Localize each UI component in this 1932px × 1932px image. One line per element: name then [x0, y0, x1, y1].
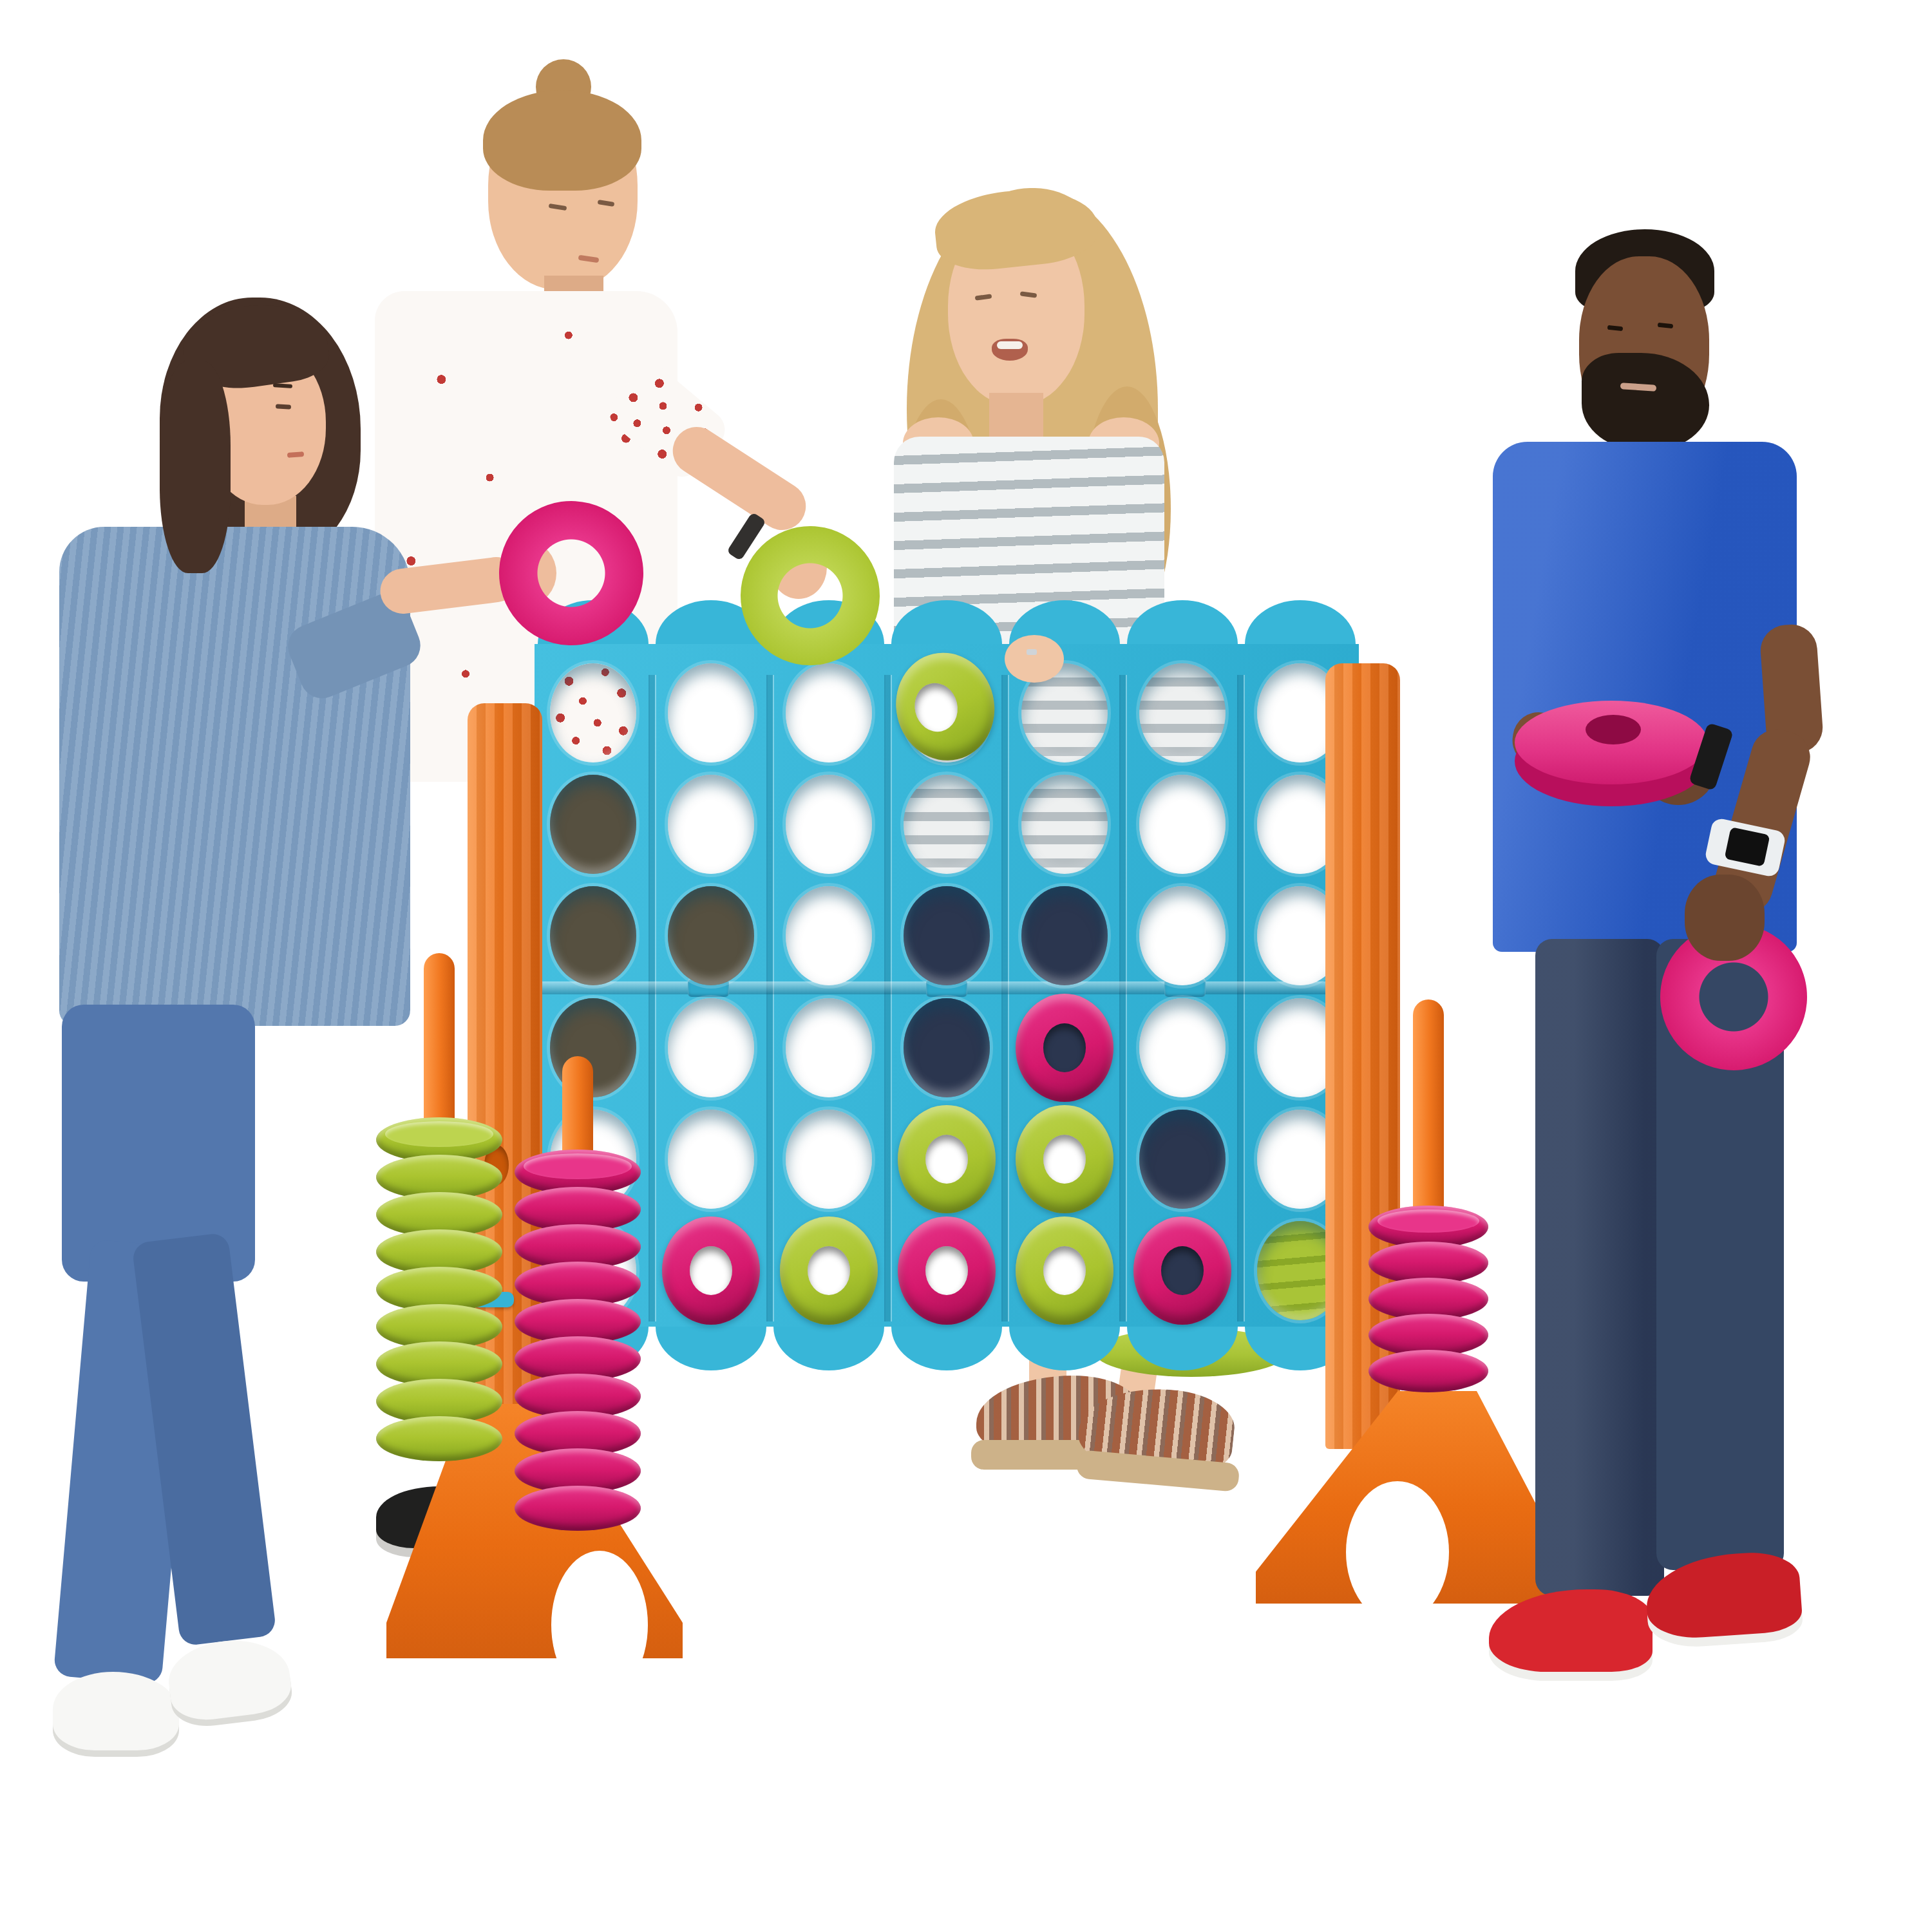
column-divider — [1238, 675, 1244, 1321]
cell-r5c3[interactable] — [786, 1110, 872, 1209]
disc-centre-hole — [1043, 1246, 1086, 1295]
stacked-green-disc — [376, 1416, 502, 1461]
stack-top-face-left-outer — [385, 1121, 493, 1147]
man-bun-hair — [483, 90, 641, 191]
disc-centre-hole — [1161, 1246, 1204, 1295]
left-woman-sneaker — [165, 1634, 294, 1724]
right-man-hand-left — [1685, 875, 1765, 961]
cell-r1c2[interactable] — [668, 663, 754, 762]
stack-top-face-left-inner — [524, 1153, 632, 1179]
cell-r5c6[interactable] — [1139, 1110, 1226, 1209]
cell-r4c3[interactable] — [786, 998, 872, 1097]
cell-r4c2[interactable] — [668, 998, 754, 1097]
blonde-hand-on-board — [1005, 635, 1064, 683]
disc-centre-hole — [925, 1135, 968, 1184]
cell-r2c1[interactable] — [550, 775, 636, 874]
right-man-jeans-leg — [1535, 939, 1664, 1596]
held-pink-disc-hole — [1586, 715, 1641, 744]
cell-r2c5[interactable] — [1021, 775, 1108, 874]
disc-centre-hole — [1043, 1023, 1086, 1072]
cell-r2c2[interactable] — [668, 775, 754, 874]
cell-r3c5[interactable] — [1021, 886, 1108, 985]
left-foot-arch — [551, 1551, 648, 1699]
column-divider — [650, 675, 655, 1321]
cell-r5c2[interactable] — [668, 1110, 754, 1209]
man-bun-forearm — [664, 418, 815, 539]
left-woman-chambray-top — [59, 527, 410, 1026]
cell-r2c3[interactable] — [786, 775, 872, 874]
cell-r3c4[interactable] — [904, 886, 990, 985]
left-woman-hair-side — [160, 361, 231, 573]
cell-r3c6[interactable] — [1139, 886, 1226, 985]
cell-r4c6[interactable] — [1139, 998, 1226, 1097]
cell-r3c2[interactable] — [668, 886, 754, 985]
cell-r2c6[interactable] — [1139, 775, 1226, 874]
stacked-pink-disc — [515, 1486, 641, 1531]
cell-r4c4[interactable] — [904, 998, 990, 1097]
right-foot-arch — [1346, 1481, 1449, 1623]
disc-centre-hole — [1043, 1135, 1086, 1184]
cell-r1c3[interactable] — [786, 663, 872, 762]
cell-r1c6[interactable] — [1139, 663, 1226, 762]
cell-r3c1[interactable] — [550, 886, 636, 985]
cell-r1c1[interactable] — [550, 663, 636, 762]
cell-r2c4[interactable] — [904, 775, 990, 874]
stacked-pink-disc — [1368, 1350, 1488, 1392]
stack-top-face-right — [1378, 1209, 1479, 1233]
column-divider — [768, 675, 773, 1321]
disc-centre-hole — [808, 1246, 850, 1295]
blonde-ring-jewelry — [1027, 649, 1037, 655]
left-woman-sneaker — [53, 1672, 179, 1750]
cell-r3c3[interactable] — [786, 886, 872, 985]
blonde-teeth — [997, 341, 1023, 349]
blonde-neck — [989, 393, 1043, 439]
column-divider — [885, 675, 891, 1321]
column-divider — [1003, 675, 1008, 1321]
column-divider — [1121, 675, 1126, 1321]
disc-centre-hole — [925, 1246, 968, 1295]
product-photo-scene: FEBER — [0, 0, 1932, 1932]
